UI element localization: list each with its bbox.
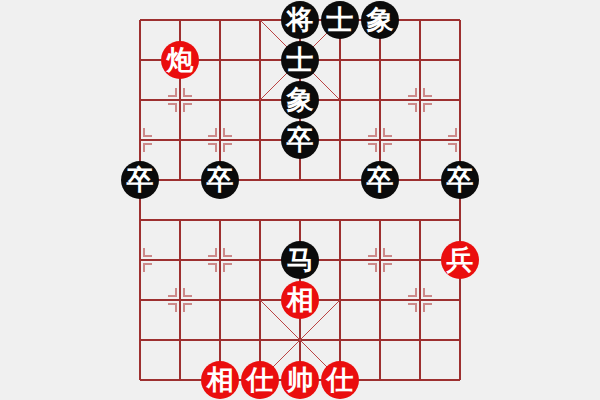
xiangqi-app: 将士象士炮象卒卒卒卒卒马兵相相仕帅仕	[0, 0, 600, 400]
red-general[interactable]: 帅	[281, 361, 319, 399]
red-cannon[interactable]: 炮	[161, 41, 199, 79]
red-advisor[interactable]: 仕	[241, 361, 279, 399]
black-general[interactable]: 将	[281, 1, 319, 39]
black-pawn[interactable]: 卒	[201, 161, 239, 199]
red-elephant[interactable]: 相	[281, 281, 319, 319]
red-advisor[interactable]: 仕	[321, 361, 359, 399]
xiangqi-board[interactable]: 将士象士炮象卒卒卒卒卒马兵相相仕帅仕	[120, 0, 480, 400]
black-horse[interactable]: 马	[281, 241, 319, 279]
black-pawn[interactable]: 卒	[281, 121, 319, 159]
red-elephant[interactable]: 相	[201, 361, 239, 399]
black-elephant[interactable]: 象	[361, 1, 399, 39]
black-advisor[interactable]: 士	[281, 41, 319, 79]
black-elephant[interactable]: 象	[281, 81, 319, 119]
black-pawn[interactable]: 卒	[441, 161, 479, 199]
black-pawn[interactable]: 卒	[121, 161, 159, 199]
black-pawn[interactable]: 卒	[361, 161, 399, 199]
red-pawn[interactable]: 兵	[441, 241, 479, 279]
black-advisor[interactable]: 士	[321, 1, 359, 39]
